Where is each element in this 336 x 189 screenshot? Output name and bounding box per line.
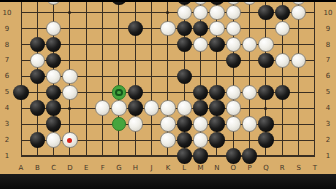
stone-black-P1[interactable] — [242, 148, 258, 164]
row-label-left-3: 3 — [0, 120, 14, 128]
col-label-S: S — [292, 164, 306, 172]
row-label-right-2: 2 — [321, 136, 335, 144]
row-label-left-6: 6 — [0, 72, 14, 80]
stone-white-K4[interactable] — [160, 100, 176, 116]
stone-black-H5[interactable] — [128, 85, 144, 101]
stone-black-B2[interactable] — [30, 132, 46, 148]
row-label-right-8: 8 — [321, 41, 335, 49]
grid-line-col-A — [21, 0, 22, 157]
col-label-A: A — [14, 164, 28, 172]
stone-white-O8[interactable] — [226, 37, 242, 53]
col-label-B: B — [30, 164, 44, 172]
row-label-right-9: 9 — [321, 25, 335, 33]
go-app-screen: 1122334455667788991010ABCDEFGHJKLMNOPQRS… — [0, 0, 336, 189]
stone-black-M5[interactable] — [193, 85, 209, 101]
row-label-right-6: 6 — [321, 72, 335, 80]
stone-black-O7[interactable] — [226, 53, 242, 69]
col-label-O: O — [226, 164, 240, 172]
stone-white-P8[interactable] — [242, 37, 258, 53]
stone-white-M10[interactable] — [193, 5, 209, 21]
stone-white-N10[interactable] — [209, 5, 225, 21]
stone-white-H3[interactable] — [128, 116, 144, 132]
col-label-Q: Q — [259, 164, 273, 172]
stone-white-K9[interactable] — [160, 21, 176, 37]
col-label-M: M — [194, 164, 208, 172]
stone-white-C9[interactable] — [46, 21, 62, 37]
goban[interactable]: 1122334455667788991010ABCDEFGHJKLMNOPQRS… — [0, 0, 336, 175]
stone-white-F4[interactable] — [95, 100, 111, 116]
stone-white-M2[interactable] — [193, 132, 209, 148]
stone-white-D6[interactable] — [62, 69, 78, 85]
top-letterbox-bar — [0, 0, 336, 2]
stone-black-H4[interactable] — [128, 100, 144, 116]
stone-white-G4[interactable] — [111, 100, 127, 116]
grid-line-col-T — [314, 0, 315, 157]
col-label-N: N — [210, 164, 224, 172]
row-label-left-5: 5 — [0, 88, 14, 96]
stone-white-K2[interactable] — [160, 132, 176, 148]
stone-black-L1[interactable] — [177, 148, 193, 164]
stone-black-B8[interactable] — [30, 37, 46, 53]
stone-black-N2[interactable] — [209, 132, 225, 148]
last-move-red-dot — [67, 138, 72, 143]
stone-black-C4[interactable] — [46, 100, 62, 116]
stone-black-N3[interactable] — [209, 116, 225, 132]
stone-black-C7[interactable] — [46, 53, 62, 69]
grid-line-col-J — [151, 0, 152, 157]
col-label-G: G — [112, 164, 126, 172]
stone-white-M8[interactable] — [193, 37, 209, 53]
stone-black-N4[interactable] — [209, 100, 225, 116]
grid-line-col-S — [298, 0, 299, 157]
stone-white-R9[interactable] — [275, 21, 291, 37]
stone-black-O1[interactable] — [226, 148, 242, 164]
stone-white-Q8[interactable] — [258, 37, 274, 53]
stone-black-R5[interactable] — [275, 85, 291, 101]
col-label-D: D — [63, 164, 77, 172]
ai-suggestion-G3[interactable] — [112, 117, 126, 131]
col-label-R: R — [275, 164, 289, 172]
grid-line-col-P — [249, 0, 250, 157]
stone-white-O5[interactable] — [226, 85, 242, 101]
stone-white-K3[interactable] — [160, 116, 176, 132]
stone-black-H9[interactable] — [128, 21, 144, 37]
stone-white-J4[interactable] — [144, 100, 160, 116]
stone-black-L6[interactable] — [177, 69, 193, 85]
col-label-C: C — [47, 164, 61, 172]
stone-white-P5[interactable] — [242, 85, 258, 101]
row-label-right-10: 10 — [321, 9, 335, 17]
stone-black-C5[interactable] — [46, 85, 62, 101]
stone-black-L2[interactable] — [177, 132, 193, 148]
row-label-left-7: 7 — [0, 56, 14, 64]
stone-black-C3[interactable] — [46, 116, 62, 132]
col-label-K: K — [161, 164, 175, 172]
bottom-letterbox-bar — [0, 174, 336, 189]
stone-black-Q7[interactable] — [258, 53, 274, 69]
stone-white-N9[interactable] — [209, 21, 225, 37]
stone-black-N5[interactable] — [209, 85, 225, 101]
row-label-right-5: 5 — [321, 88, 335, 96]
stone-white-O4[interactable] — [226, 100, 242, 116]
row-label-right-7: 7 — [321, 56, 335, 64]
stone-black-M9[interactable] — [193, 21, 209, 37]
col-label-T: T — [308, 164, 322, 172]
stone-white-M3[interactable] — [193, 116, 209, 132]
stone-black-M1[interactable] — [193, 148, 209, 164]
col-label-L: L — [177, 164, 191, 172]
stone-white-B7[interactable] — [30, 53, 46, 69]
row-label-left-1: 1 — [0, 152, 14, 160]
row-label-left-8: 8 — [0, 41, 14, 49]
stone-white-L4[interactable] — [177, 100, 193, 116]
ai-suggestion-G5[interactable] — [112, 85, 127, 100]
stone-black-Q2[interactable] — [258, 132, 274, 148]
stone-black-Q5[interactable] — [258, 85, 274, 101]
stone-white-S7[interactable] — [291, 53, 307, 69]
row-label-left-10: 10 — [0, 9, 14, 17]
stone-black-Q3[interactable] — [258, 116, 274, 132]
stone-white-R7[interactable] — [275, 53, 291, 69]
col-label-J: J — [145, 164, 159, 172]
grid-line-col-G — [118, 0, 119, 157]
stone-white-P3[interactable] — [242, 116, 258, 132]
stone-white-C2[interactable] — [46, 132, 62, 148]
stone-white-O3[interactable] — [226, 116, 242, 132]
stone-white-S10[interactable] — [291, 5, 307, 21]
stone-white-C6[interactable] — [46, 69, 62, 85]
stone-black-L8[interactable] — [177, 37, 193, 53]
stone-black-M4[interactable] — [193, 100, 209, 116]
row-label-right-1: 1 — [321, 152, 335, 160]
stone-white-L10[interactable] — [177, 5, 193, 21]
stone-black-Q10[interactable] — [258, 5, 274, 21]
col-label-E: E — [79, 164, 93, 172]
row-label-left-9: 9 — [0, 25, 14, 33]
stone-black-C8[interactable] — [46, 37, 62, 53]
stone-black-B6[interactable] — [30, 69, 46, 85]
row-label-left-4: 4 — [0, 104, 14, 112]
row-label-right-3: 3 — [321, 120, 335, 128]
stone-white-D2[interactable] — [62, 132, 78, 148]
row-label-left-2: 2 — [0, 136, 14, 144]
stone-white-O9[interactable] — [226, 21, 242, 37]
grid-line-row-1 — [21, 155, 316, 157]
stone-black-N8[interactable] — [209, 37, 225, 53]
stone-black-R10[interactable] — [275, 5, 291, 21]
col-label-F: F — [96, 164, 110, 172]
stone-black-A5[interactable] — [13, 85, 29, 101]
stone-black-B4[interactable] — [30, 100, 46, 116]
row-label-right-4: 4 — [321, 104, 335, 112]
stone-white-O10[interactable] — [226, 5, 242, 21]
grid-line-col-F — [102, 0, 103, 157]
grid-line-col-E — [86, 0, 87, 157]
col-label-H: H — [128, 164, 142, 172]
stone-white-D5[interactable] — [62, 85, 78, 101]
stone-black-L3[interactable] — [177, 116, 193, 132]
col-label-P: P — [243, 164, 257, 172]
stone-black-L9[interactable] — [177, 21, 193, 37]
